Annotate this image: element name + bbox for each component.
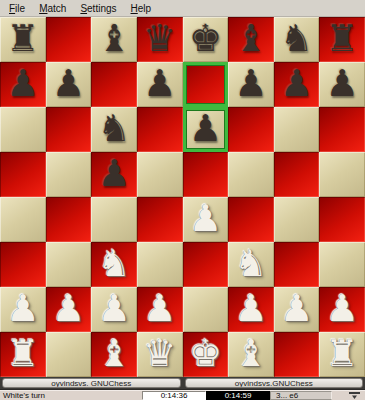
piece-white-rook[interactable]: ♜ bbox=[6, 335, 39, 372]
black-clock: 0:14:59 bbox=[206, 391, 270, 400]
square-h4[interactable] bbox=[319, 197, 365, 242]
menu-file[interactable]: File bbox=[2, 2, 32, 15]
square-g8[interactable]: ♞ bbox=[274, 17, 320, 62]
square-h5[interactable] bbox=[319, 152, 365, 197]
square-h6[interactable] bbox=[319, 107, 365, 152]
piece-black-pawn[interactable]: ♟ bbox=[280, 65, 313, 102]
piece-black-pawn[interactable]: ♟ bbox=[52, 65, 85, 102]
square-b7[interactable]: ♟ bbox=[46, 62, 92, 107]
piece-white-pawn[interactable]: ♟ bbox=[52, 290, 85, 327]
square-g6[interactable] bbox=[274, 107, 320, 152]
square-a2[interactable]: ♟ bbox=[0, 287, 46, 332]
square-e5[interactable] bbox=[183, 152, 229, 197]
piece-black-pawn[interactable]: ♟ bbox=[143, 65, 176, 102]
piece-white-king[interactable]: ♚ bbox=[189, 335, 222, 372]
square-e1[interactable]: ♚ bbox=[183, 332, 229, 377]
last-move-display: 3... e6 bbox=[270, 391, 332, 400]
square-b8[interactable] bbox=[46, 17, 92, 62]
square-b1[interactable] bbox=[46, 332, 92, 377]
piece-white-knight[interactable]: ♞ bbox=[97, 245, 130, 282]
square-h8[interactable]: ♜ bbox=[319, 17, 365, 62]
square-d6[interactable] bbox=[137, 107, 183, 152]
square-g1[interactable] bbox=[274, 332, 320, 377]
square-g7[interactable]: ♟ bbox=[274, 62, 320, 107]
square-c1[interactable]: ♝ bbox=[91, 332, 137, 377]
piece-black-rook[interactable]: ♜ bbox=[326, 20, 359, 57]
square-c7[interactable] bbox=[91, 62, 137, 107]
square-c8[interactable]: ♝ bbox=[91, 17, 137, 62]
square-d3[interactable] bbox=[137, 242, 183, 287]
menu-bar: File Match Settings Help bbox=[0, 0, 365, 17]
piece-white-pawn[interactable]: ♟ bbox=[97, 290, 130, 327]
square-d7[interactable]: ♟ bbox=[137, 62, 183, 107]
piece-white-bishop[interactable]: ♝ bbox=[234, 335, 267, 372]
game-tab-right[interactable]: oyvinds vs. GNUChess bbox=[185, 378, 364, 388]
square-g4[interactable] bbox=[274, 197, 320, 242]
square-g3[interactable] bbox=[274, 242, 320, 287]
piece-white-bishop[interactable]: ♝ bbox=[97, 335, 130, 372]
square-c4[interactable] bbox=[91, 197, 137, 242]
square-f1[interactable]: ♝ bbox=[228, 332, 274, 377]
piece-black-king[interactable]: ♚ bbox=[189, 20, 222, 57]
square-b2[interactable]: ♟ bbox=[46, 287, 92, 332]
square-h1[interactable]: ♜ bbox=[319, 332, 365, 377]
menu-match[interactable]: Match bbox=[32, 2, 73, 15]
square-a4[interactable] bbox=[0, 197, 46, 242]
square-f3[interactable]: ♞ bbox=[228, 242, 274, 287]
square-d4[interactable] bbox=[137, 197, 183, 242]
square-d5[interactable] bbox=[137, 152, 183, 197]
game-tab-strip: oyvinds vs. GNUChess oyvinds vs. GNUChes… bbox=[0, 377, 365, 390]
square-e7[interactable] bbox=[183, 62, 229, 107]
menu-settings[interactable]: Settings bbox=[73, 2, 123, 15]
square-d8[interactable]: ♛ bbox=[137, 17, 183, 62]
square-f8[interactable]: ♝ bbox=[228, 17, 274, 62]
square-d1[interactable]: ♛ bbox=[137, 332, 183, 377]
square-g5[interactable] bbox=[274, 152, 320, 197]
piece-white-queen[interactable]: ♛ bbox=[143, 335, 176, 372]
game-tab-left[interactable]: oyvinds vs. GNUChess bbox=[2, 378, 181, 388]
square-c3[interactable]: ♞ bbox=[91, 242, 137, 287]
square-e8[interactable]: ♚ bbox=[183, 17, 229, 62]
piece-black-knight[interactable]: ♞ bbox=[280, 20, 313, 57]
turn-indicator: White's turn bbox=[0, 391, 142, 400]
piece-black-pawn[interactable]: ♟ bbox=[189, 110, 222, 147]
square-b4[interactable] bbox=[46, 197, 92, 242]
square-h2[interactable]: ♟ bbox=[319, 287, 365, 332]
piece-black-pawn[interactable]: ♟ bbox=[326, 65, 359, 102]
piece-black-pawn[interactable]: ♟ bbox=[234, 65, 267, 102]
piece-black-bishop[interactable]: ♝ bbox=[97, 20, 130, 57]
square-b6[interactable] bbox=[46, 107, 92, 152]
square-g2[interactable]: ♟ bbox=[274, 287, 320, 332]
piece-white-pawn[interactable]: ♟ bbox=[326, 290, 359, 327]
piece-white-pawn[interactable]: ♟ bbox=[6, 290, 39, 327]
square-a5[interactable] bbox=[0, 152, 46, 197]
menu-help[interactable]: Help bbox=[124, 2, 159, 15]
square-d2[interactable]: ♟ bbox=[137, 287, 183, 332]
chess-board[interactable]: ♜♝♛♚♝♞♜♟♟♟♟♟♟♞♟♟♟♞♞♟♟♟♟♟♟♟♜♝♛♚♝♜ bbox=[0, 17, 365, 377]
square-c2[interactable]: ♟ bbox=[91, 287, 137, 332]
square-e6[interactable]: ♟ bbox=[183, 107, 229, 152]
chess-app-window: File Match Settings Help ♜♝♛♚♝♞♜♟♟♟♟♟♟♞♟… bbox=[0, 0, 365, 400]
square-a6[interactable] bbox=[0, 107, 46, 152]
square-h7[interactable]: ♟ bbox=[319, 62, 365, 107]
piece-black-rook[interactable]: ♜ bbox=[6, 20, 39, 57]
status-bar: White's turn 0:14:36 0:14:59 3... e6 bbox=[0, 390, 365, 400]
square-e4[interactable]: ♟ bbox=[183, 197, 229, 242]
square-c6[interactable]: ♞ bbox=[91, 107, 137, 152]
square-a8[interactable]: ♜ bbox=[0, 17, 46, 62]
piece-white-pawn[interactable]: ♟ bbox=[234, 290, 267, 327]
square-a1[interactable]: ♜ bbox=[0, 332, 46, 377]
piece-black-bishop[interactable]: ♝ bbox=[234, 20, 267, 57]
square-f5[interactable] bbox=[228, 152, 274, 197]
square-f2[interactable]: ♟ bbox=[228, 287, 274, 332]
square-b3[interactable] bbox=[46, 242, 92, 287]
white-clock: 0:14:36 bbox=[142, 391, 206, 400]
square-f6[interactable] bbox=[228, 107, 274, 152]
piece-white-knight[interactable]: ♞ bbox=[234, 245, 267, 282]
square-f4[interactable] bbox=[228, 197, 274, 242]
window-shade-icon[interactable] bbox=[349, 392, 360, 399]
piece-white-pawn[interactable]: ♟ bbox=[189, 200, 222, 237]
status-icon-box bbox=[332, 391, 365, 400]
square-c5[interactable]: ♟ bbox=[91, 152, 137, 197]
piece-black-pawn[interactable]: ♟ bbox=[97, 155, 130, 192]
piece-black-knight[interactable]: ♞ bbox=[97, 110, 130, 147]
piece-white-pawn[interactable]: ♟ bbox=[280, 290, 313, 327]
piece-black-pawn[interactable]: ♟ bbox=[6, 65, 39, 102]
square-e2[interactable] bbox=[183, 287, 229, 332]
piece-white-pawn[interactable]: ♟ bbox=[143, 290, 176, 327]
square-h3[interactable] bbox=[319, 242, 365, 287]
piece-white-rook[interactable]: ♜ bbox=[326, 335, 359, 372]
piece-black-queen[interactable]: ♛ bbox=[143, 20, 176, 57]
square-a7[interactable]: ♟ bbox=[0, 62, 46, 107]
square-a3[interactable] bbox=[0, 242, 46, 287]
square-b5[interactable] bbox=[46, 152, 92, 197]
square-f7[interactable]: ♟ bbox=[228, 62, 274, 107]
square-e3[interactable] bbox=[183, 242, 229, 287]
